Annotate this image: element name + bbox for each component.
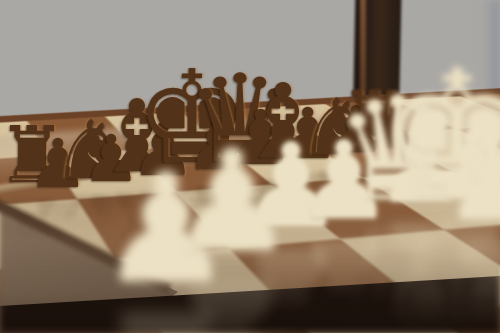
chess-photo-scene: ♜♜♟♟♞♞♟♟♝♝♟♟♚♚♟♟♛♛♟♟♝♝♟♟♞♞♟♟♜♜♟♟♟♟♟♟♟♟♟♟… xyxy=(0,0,500,333)
light-pawn[interactable]: ♟ xyxy=(444,129,500,237)
light-pawn[interactable]: ♟ xyxy=(169,132,295,272)
